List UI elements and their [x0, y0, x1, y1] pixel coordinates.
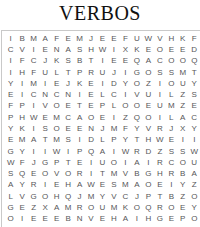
grid-cell[interactable]: N	[62, 89, 73, 100]
grid-cell[interactable]: G	[131, 67, 142, 78]
grid-cell[interactable]: M	[28, 33, 39, 44]
grid-cell[interactable]: I	[5, 33, 16, 44]
grid-cell[interactable]: E	[85, 78, 96, 89]
grid-cell[interactable]: T	[97, 169, 108, 180]
grid-cell[interactable]: V	[131, 89, 142, 100]
grid-cell[interactable]: M	[108, 169, 119, 180]
grid-cell[interactable]: C	[120, 191, 131, 202]
grid-cell[interactable]: C	[28, 56, 39, 67]
grid-cell[interactable]: O	[131, 202, 142, 213]
grid-cell[interactable]: E	[189, 101, 200, 112]
grid-cell[interactable]: R	[154, 202, 165, 213]
grid-cell[interactable]: O	[189, 214, 200, 225]
grid-cell[interactable]: A	[131, 157, 142, 168]
grid-cell[interactable]: R	[154, 123, 165, 134]
grid-cell[interactable]: N	[74, 214, 85, 225]
grid-cell[interactable]: W	[154, 135, 165, 146]
grid-cell[interactable]: F	[120, 123, 131, 134]
grid-cell[interactable]: M	[108, 123, 119, 134]
grid-cell[interactable]: O	[62, 169, 73, 180]
grid-cell[interactable]: I	[85, 169, 96, 180]
grid-cell[interactable]: G	[5, 146, 16, 157]
grid-cell[interactable]: U	[97, 67, 108, 78]
grid-cell[interactable]: Y	[5, 78, 16, 89]
grid-cell[interactable]: D	[108, 78, 119, 89]
grid-cell[interactable]: E	[16, 202, 27, 213]
grid-cell[interactable]: T	[62, 67, 73, 78]
grid-cell[interactable]: C	[154, 56, 165, 67]
grid-cell[interactable]: C	[62, 112, 73, 123]
grid-cell[interactable]: W	[51, 146, 62, 157]
grid-cell[interactable]: S	[62, 135, 73, 146]
grid-cell[interactable]: J	[108, 67, 119, 78]
grid-cell[interactable]: X	[39, 202, 50, 213]
grid-cell[interactable]: I	[143, 157, 154, 168]
grid-cell[interactable]: O	[166, 78, 177, 89]
grid-cell[interactable]: Z	[177, 191, 188, 202]
grid-cell[interactable]: I	[74, 135, 85, 146]
grid-cell[interactable]: M	[51, 135, 62, 146]
grid-cell[interactable]: L	[166, 89, 177, 100]
grid-cell[interactable]: Z	[177, 89, 188, 100]
grid-cell[interactable]: W	[5, 157, 16, 168]
grid-cell[interactable]: Y	[189, 202, 200, 213]
grid-cell[interactable]: J	[28, 157, 39, 168]
grid-cell[interactable]: E	[39, 112, 50, 123]
grid-cell[interactable]: N	[39, 89, 50, 100]
grid-cell[interactable]: I	[131, 214, 142, 225]
grid-cell[interactable]: E	[177, 44, 188, 55]
grid-cell[interactable]: S	[39, 123, 50, 134]
grid-cell[interactable]: J	[39, 56, 50, 67]
grid-cell[interactable]: Z	[143, 78, 154, 89]
grid-cell[interactable]: A	[97, 146, 108, 157]
grid-cell[interactable]: I	[28, 146, 39, 157]
grid-cell[interactable]: O	[131, 78, 142, 89]
grid-cell[interactable]: M	[177, 67, 188, 78]
grid-cell[interactable]: N	[51, 44, 62, 55]
grid-cell[interactable]: K	[51, 56, 62, 67]
grid-cell[interactable]: O	[51, 101, 62, 112]
grid-cell[interactable]: S	[62, 56, 73, 67]
grid-cell[interactable]: E	[154, 180, 165, 191]
grid-cell[interactable]: I	[120, 89, 131, 100]
grid-cell[interactable]: B	[166, 191, 177, 202]
grid-cell[interactable]: E	[62, 101, 73, 112]
grid-cell[interactable]: O	[189, 191, 200, 202]
grid-cell[interactable]: M	[62, 202, 73, 213]
grid-cell[interactable]: I	[154, 89, 165, 100]
grid-cell[interactable]: I	[28, 44, 39, 55]
grid-cell[interactable]: E	[85, 89, 96, 100]
grid-cell[interactable]: B	[177, 169, 188, 180]
grid-cell[interactable]: I	[16, 78, 27, 89]
grid-cell[interactable]: I	[74, 89, 85, 100]
grid-cell[interactable]: G	[5, 202, 16, 213]
grid-cell[interactable]: U	[143, 89, 154, 100]
grid-cell[interactable]: E	[28, 169, 39, 180]
grid-cell[interactable]: E	[97, 214, 108, 225]
grid-cell[interactable]: H	[108, 214, 119, 225]
grid-cell[interactable]: W	[85, 180, 96, 191]
grid-cell[interactable]: S	[166, 67, 177, 78]
grid-cell[interactable]: M	[85, 191, 96, 202]
grid-cell[interactable]: I	[154, 112, 165, 123]
grid-cell[interactable]: F	[5, 101, 16, 112]
grid-cell[interactable]: A	[62, 44, 73, 55]
grid-cell[interactable]: T	[154, 191, 165, 202]
grid-cell[interactable]: L	[51, 67, 62, 78]
grid-cell[interactable]: E	[143, 101, 154, 112]
grid-cell[interactable]: Q	[131, 112, 142, 123]
grid-cell[interactable]: A	[74, 180, 85, 191]
grid-cell[interactable]: Y	[16, 180, 27, 191]
grid-cell[interactable]: Q	[143, 202, 154, 213]
grid-cell[interactable]: V	[120, 169, 131, 180]
grid-cell[interactable]: O	[5, 214, 16, 225]
grid-cell[interactable]: Y	[189, 123, 200, 134]
grid-cell[interactable]: U	[39, 67, 50, 78]
grid-cell[interactable]: E	[166, 44, 177, 55]
grid-cell[interactable]: E	[85, 101, 96, 112]
grid-cell[interactable]: O	[85, 112, 96, 123]
grid-cell[interactable]: I	[39, 78, 50, 89]
grid-cell[interactable]: I	[189, 135, 200, 146]
grid-cell[interactable]: E	[51, 214, 62, 225]
grid-cell[interactable]: L	[166, 112, 177, 123]
grid-cell[interactable]: E	[62, 33, 73, 44]
grid-cell[interactable]: S	[108, 180, 119, 191]
grid-cell[interactable]: E	[97, 33, 108, 44]
grid-cell[interactable]: H	[166, 33, 177, 44]
grid-cell[interactable]: K	[120, 202, 131, 213]
grid-cell[interactable]: F	[16, 56, 27, 67]
grid-cell[interactable]: H	[16, 112, 27, 123]
grid-cell[interactable]: E	[28, 214, 39, 225]
grid-cell[interactable]: Y	[16, 146, 27, 157]
grid-cell[interactable]: T	[189, 67, 200, 78]
grid-cell[interactable]: I	[108, 112, 119, 123]
grid-cell[interactable]: J	[97, 123, 108, 134]
grid-cell[interactable]: I	[108, 44, 119, 55]
grid-cell[interactable]: S	[189, 89, 200, 100]
grid-cell[interactable]: I	[5, 56, 16, 67]
grid-cell[interactable]: W	[189, 146, 200, 157]
grid-cell[interactable]: L	[5, 191, 16, 202]
grid-cell[interactable]: J	[74, 191, 85, 202]
grid-cell[interactable]: R	[74, 202, 85, 213]
grid-cell[interactable]: O	[51, 123, 62, 134]
word-search-page: VERBOS IBMAFEMJEEFUWVHKFCVIENASHWIXKEOEE…	[0, 0, 200, 227]
grid-cell[interactable]: Y	[120, 78, 131, 89]
grid-cell[interactable]: I	[62, 146, 73, 157]
grid-cell[interactable]: J	[166, 123, 177, 134]
grid-cell[interactable]: L	[97, 89, 108, 100]
puzzle-title: VERBOS	[0, 2, 200, 25]
grid-cell[interactable]: Y	[177, 180, 188, 191]
grid-cell[interactable]: M	[16, 135, 27, 146]
grid-cell[interactable]: M	[120, 180, 131, 191]
grid-cell[interactable]: Z	[28, 202, 39, 213]
grid-cell[interactable]: G	[154, 214, 165, 225]
grid-cell[interactable]: Q	[85, 146, 96, 157]
grid-cell[interactable]: E	[51, 78, 62, 89]
grid-cell[interactable]: E	[143, 44, 154, 55]
grid-cell[interactable]: E	[51, 180, 62, 191]
grid-cell[interactable]: K	[16, 123, 27, 134]
grid-cell[interactable]: D	[189, 44, 200, 55]
grid-cell[interactable]: V	[16, 191, 27, 202]
grid-cell[interactable]: W	[97, 44, 108, 55]
grid-cell[interactable]: R	[154, 157, 165, 168]
grid-cell[interactable]: X	[177, 123, 188, 134]
grid-cell[interactable]: E	[62, 123, 73, 134]
word-search-grid: IBMAFEMJEEFUWVHKFCVIENASHWIXKEOEEDIFCJKS…	[1, 30, 200, 227]
grid-cell[interactable]: R	[166, 169, 177, 180]
grid-cell[interactable]: T	[85, 56, 96, 67]
grid-cell[interactable]: E	[74, 123, 85, 134]
grid-cell[interactable]: B	[74, 56, 85, 67]
grid-cell[interactable]: T	[131, 135, 142, 146]
grid-cell[interactable]: P	[16, 101, 27, 112]
grid-cell[interactable]: Z	[120, 112, 131, 123]
grid-cell[interactable]: H	[154, 169, 165, 180]
grid-cell[interactable]: U	[189, 157, 200, 168]
grid-cell[interactable]: M	[74, 33, 85, 44]
grid-cell[interactable]: Q	[131, 56, 142, 67]
grid-cell[interactable]: O	[143, 112, 154, 123]
grid-cell[interactable]: Q	[16, 169, 27, 180]
grid-cell[interactable]: E	[120, 56, 131, 67]
grid-cell[interactable]: O	[39, 191, 50, 202]
grid-cell[interactable]: P	[74, 67, 85, 78]
grid-cell[interactable]: I	[120, 67, 131, 78]
grid-cell[interactable]: S	[74, 44, 85, 55]
grid-cell[interactable]: I	[108, 146, 119, 157]
grid-cell[interactable]: V	[39, 101, 50, 112]
grid-cell[interactable]: I	[16, 214, 27, 225]
grid-cell[interactable]: G	[39, 157, 50, 168]
grid-cell[interactable]: C	[189, 112, 200, 123]
grid-cell[interactable]: F	[189, 33, 200, 44]
grid-cell[interactable]: A	[51, 202, 62, 213]
grid-cell[interactable]: U	[131, 33, 142, 44]
grid-cell[interactable]: S	[5, 169, 16, 180]
grid-cell[interactable]: O	[166, 56, 177, 67]
grid-cell[interactable]: V	[51, 169, 62, 180]
grid-cell[interactable]: M	[51, 112, 62, 123]
grid-cell[interactable]: N	[85, 123, 96, 134]
grid-cell[interactable]: P	[5, 112, 16, 123]
grid-cell[interactable]: H	[85, 44, 96, 55]
grid-cell[interactable]: P	[74, 146, 85, 157]
grid-cell[interactable]: C	[28, 89, 39, 100]
grid-cell[interactable]: I	[154, 78, 165, 89]
grid-cell[interactable]: U	[177, 78, 188, 89]
grid-cell[interactable]: V	[16, 44, 27, 55]
grid-cell[interactable]: V	[108, 191, 119, 202]
grid-cell[interactable]: A	[189, 169, 200, 180]
grid-cell[interactable]: W	[143, 33, 154, 44]
grid-cell[interactable]: P	[97, 101, 108, 112]
grid-cell[interactable]: Y	[131, 123, 142, 134]
grid-cell[interactable]: E	[5, 89, 16, 100]
grid-cell[interactable]: O	[154, 44, 165, 55]
grid-cell[interactable]: F	[16, 157, 27, 168]
grid-cell[interactable]: M	[166, 101, 177, 112]
grid-cell[interactable]: W	[28, 112, 39, 123]
grid-cell[interactable]: E	[74, 157, 85, 168]
grid-cell[interactable]: Q	[189, 56, 200, 67]
grid-cell[interactable]: O	[143, 67, 154, 78]
grid-cell[interactable]: E	[177, 202, 188, 213]
grid-cell[interactable]: D	[85, 135, 96, 146]
grid-cell[interactable]: H	[16, 67, 27, 78]
grid-cell[interactable]: O	[39, 169, 50, 180]
grid-cell[interactable]: U	[154, 101, 165, 112]
grid-cell[interactable]: R	[85, 67, 96, 78]
grid-cell[interactable]: L	[108, 101, 119, 112]
grid-cell[interactable]: O	[120, 101, 131, 112]
grid-cell[interactable]: L	[97, 135, 108, 146]
grid-cell[interactable]: Z	[154, 146, 165, 157]
grid-cell[interactable]: C	[166, 157, 177, 168]
grid-cell[interactable]: E	[5, 135, 16, 146]
grid-cell[interactable]: A	[28, 135, 39, 146]
grid-cell[interactable]: F	[51, 33, 62, 44]
grid-cell[interactable]: R	[131, 146, 142, 157]
grid-cell[interactable]: V	[154, 33, 165, 44]
grid-cell[interactable]: A	[143, 56, 154, 67]
grid-cell[interactable]: O	[166, 202, 177, 213]
grid-cell[interactable]: O	[108, 157, 119, 168]
grid-cell[interactable]: C	[5, 44, 16, 55]
grid-cell[interactable]: Y	[5, 123, 16, 134]
grid-cell[interactable]: G	[28, 191, 39, 202]
grid-cell[interactable]: E	[166, 135, 177, 146]
grid-cell[interactable]: S	[154, 67, 165, 78]
grid-cell[interactable]: R	[74, 169, 85, 180]
grid-cell[interactable]: A	[177, 112, 188, 123]
grid-cell[interactable]: Z	[177, 101, 188, 112]
grid-cell[interactable]: E	[39, 44, 50, 55]
grid-cell[interactable]: E	[39, 214, 50, 225]
grid-cell[interactable]: I	[28, 101, 39, 112]
grid-cell[interactable]: Q	[62, 191, 73, 202]
grid-cell[interactable]: H	[143, 135, 154, 146]
grid-cell[interactable]: K	[131, 44, 142, 55]
grid-cell[interactable]: O	[85, 202, 96, 213]
grid-cell[interactable]: A	[131, 180, 142, 191]
grid-cell[interactable]: U	[97, 157, 108, 168]
grid-cell[interactable]: H	[51, 191, 62, 202]
grid-cell[interactable]: A	[74, 112, 85, 123]
grid-cell[interactable]: P	[143, 191, 154, 202]
grid-cell[interactable]: F	[28, 67, 39, 78]
grid-cell[interactable]: I	[85, 157, 96, 168]
grid-cell[interactable]: A	[120, 214, 131, 225]
grid-cell[interactable]: B	[16, 33, 27, 44]
grid-cell[interactable]: J	[62, 78, 73, 89]
grid-cell[interactable]: J	[131, 191, 142, 202]
grid-cell[interactable]: J	[85, 33, 96, 44]
grid-cell[interactable]: A	[39, 33, 50, 44]
grid-cell[interactable]: H	[143, 214, 154, 225]
grid-cell[interactable]: V	[143, 123, 154, 134]
grid-cell[interactable]: U	[97, 202, 108, 213]
grid-cell[interactable]: M	[108, 202, 119, 213]
grid-cell[interactable]: M	[28, 78, 39, 89]
grid-cell[interactable]: G	[143, 169, 154, 180]
grid-cell[interactable]: I	[28, 123, 39, 134]
grid-cell[interactable]: I	[97, 56, 108, 67]
grid-cell[interactable]: O	[143, 180, 154, 191]
grid-cell[interactable]: I	[16, 89, 27, 100]
grid-cell[interactable]: C	[108, 89, 119, 100]
grid-cell[interactable]: I	[120, 157, 131, 168]
grid-cell[interactable]: B	[131, 169, 142, 180]
grid-cell[interactable]: T	[62, 157, 73, 168]
grid-cell[interactable]: Y	[189, 78, 200, 89]
grid-cell[interactable]: I	[177, 135, 188, 146]
grid-cell[interactable]: O	[131, 101, 142, 112]
grid-cell[interactable]: I	[5, 67, 16, 78]
grid-cell[interactable]: D	[143, 146, 154, 157]
grid-cell[interactable]: E	[108, 33, 119, 44]
grid-cell[interactable]: P	[51, 157, 62, 168]
grid-cell[interactable]: B	[62, 214, 73, 225]
grid-cell[interactable]: O	[177, 157, 188, 168]
grid-cell[interactable]: Z	[189, 180, 200, 191]
grid-cell[interactable]: S	[177, 146, 188, 157]
grid-cell[interactable]: E	[108, 56, 119, 67]
grid-cell[interactable]: E	[97, 112, 108, 123]
grid-cell[interactable]: I	[97, 78, 108, 89]
grid-cell[interactable]: T	[74, 101, 85, 112]
grid-cell[interactable]: Y	[120, 135, 131, 146]
grid-cell[interactable]: T	[39, 135, 50, 146]
grid-cell[interactable]: Y	[97, 191, 108, 202]
grid-cell[interactable]: E	[97, 180, 108, 191]
grid-cell[interactable]: F	[120, 33, 131, 44]
grid-cell[interactable]: K	[177, 33, 188, 44]
grid-cell[interactable]: P	[177, 214, 188, 225]
grid-cell[interactable]: A	[5, 180, 16, 191]
grid-cell[interactable]: C	[51, 89, 62, 100]
grid-cell[interactable]: I	[166, 180, 177, 191]
grid-cell[interactable]: X	[120, 44, 131, 55]
grid-cell[interactable]: S	[166, 146, 177, 157]
grid-cell[interactable]: R	[28, 180, 39, 191]
grid-cell[interactable]: W	[120, 146, 131, 157]
grid-cell[interactable]: H	[62, 180, 73, 191]
grid-cell[interactable]: K	[74, 78, 85, 89]
grid-cell[interactable]: I	[39, 180, 50, 191]
grid-cell[interactable]: O	[177, 56, 188, 67]
grid-cell[interactable]: E	[166, 214, 177, 225]
grid-cell[interactable]: V	[85, 214, 96, 225]
grid-cell[interactable]: P	[108, 135, 119, 146]
grid-cell[interactable]: I	[39, 146, 50, 157]
